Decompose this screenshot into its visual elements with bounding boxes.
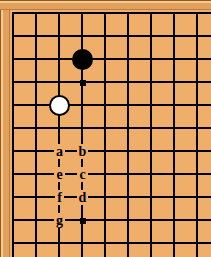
intersection-col2-row10 [25,209,48,232]
intersection-col9-row6 [186,117,209,140]
intersection-col6-row9 [117,186,140,209]
point-label-d: d [77,190,89,205]
intersection-col8-row2 [163,25,186,48]
intersection-col2-row9 [25,186,48,209]
intersection-col6-row2 [117,25,140,48]
intersection-grid: abecfdg [2,2,209,255]
point-label-f: f [55,190,64,205]
intersection-col3-row6 [48,117,71,140]
intersection-col7-row10 [140,209,163,232]
intersection-col3-row10: g [48,209,71,232]
intersection-col2-row11 [25,232,48,255]
intersection-col5-row2 [94,25,117,48]
intersection-col3-row7: a [48,140,71,163]
point-label-g: g [54,213,65,228]
intersection-col8-row9 [163,186,186,209]
intersection-col5-row7 [94,140,117,163]
intersection-col6-row6 [117,117,140,140]
intersection-col7-row7 [140,140,163,163]
intersection-col7-row8 [140,163,163,186]
intersection-col5-row5 [94,94,117,117]
intersection-col2-row4 [25,71,48,94]
intersection-col9-row11 [186,232,209,255]
white-stone [49,95,70,116]
intersection-col2-row5 [25,94,48,117]
intersection-col6-row4 [117,71,140,94]
intersection-col2-row2 [25,25,48,48]
intersection-col3-row9: f [48,186,71,209]
point-label-c: c [77,167,87,182]
intersection-col8-row4 [163,71,186,94]
intersection-col6-row7 [117,140,140,163]
intersection-col7-row9 [140,186,163,209]
intersection-col3-row8: e [48,163,71,186]
intersection-col3-row2 [48,25,71,48]
intersection-col9-row9 [186,186,209,209]
star-point [80,218,86,224]
intersection-col4-row5 [71,94,94,117]
intersection-col9-row10 [186,209,209,232]
intersection-col5-row10 [94,209,117,232]
intersection-col4-row9: d [71,186,94,209]
intersection-col8-row6 [163,117,186,140]
intersection-col4-row6 [71,117,94,140]
intersection-col8-row10 [163,209,186,232]
intersection-col5-row6 [94,117,117,140]
go-board-diagram: abecfdg [0,0,211,257]
intersection-col4-row7: b [71,140,94,163]
intersection-col6-row8 [117,163,140,186]
intersection-col4-row10 [71,209,94,232]
intersection-col3-row11 [48,232,71,255]
intersection-col8-row3 [163,48,186,71]
intersection-col9-row4 [186,71,209,94]
intersection-col6-row3 [117,48,140,71]
intersection-col8-row7 [163,140,186,163]
point-label-b: b [77,144,89,159]
intersection-col9-row5 [186,94,209,117]
black-stone [72,49,93,70]
intersection-col9-row3 [186,48,209,71]
intersection-col5-row4 [94,71,117,94]
intersection-col6-row10 [117,209,140,232]
intersection-col2-row6 [25,117,48,140]
intersection-col9-row8 [186,163,209,186]
intersection-col3-row3 [48,48,71,71]
board-frame-top [0,0,211,10]
intersection-col2-row3 [25,48,48,71]
intersection-col6-row5 [117,94,140,117]
star-point [80,80,86,86]
board-frame-left [0,0,10,257]
intersection-col5-row11 [94,232,117,255]
intersection-col8-row8 [163,163,186,186]
intersection-col8-row11 [163,232,186,255]
intersection-col7-row11 [140,232,163,255]
intersection-col7-row5 [140,94,163,117]
intersection-col3-row4 [48,71,71,94]
intersection-col9-row2 [186,25,209,48]
intersection-col7-row6 [140,117,163,140]
intersection-col6-row11 [117,232,140,255]
intersection-col2-row8 [25,163,48,186]
intersection-col4-row3 [71,48,94,71]
intersection-col2-row7 [25,140,48,163]
intersection-col7-row4 [140,71,163,94]
intersection-col8-row5 [163,94,186,117]
intersection-col4-row4 [71,71,94,94]
intersection-col3-row5 [48,94,71,117]
intersection-col5-row8 [94,163,117,186]
intersection-col7-row2 [140,25,163,48]
point-label-e: e [54,167,64,182]
intersection-col7-row3 [140,48,163,71]
intersection-col5-row9 [94,186,117,209]
intersection-col4-row8: c [71,163,94,186]
intersection-col4-row2 [71,25,94,48]
intersection-col4-row11 [71,232,94,255]
intersection-col9-row7 [186,140,209,163]
point-label-a: a [54,144,65,159]
intersection-col5-row3 [94,48,117,71]
